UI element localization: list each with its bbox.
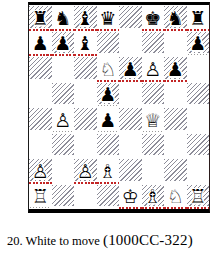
square-g3 [164, 133, 187, 159]
piece-black-rook: ♜ [29, 5, 52, 29]
square-d1 [97, 184, 120, 210]
piece-white-pawn: ♙ [142, 56, 165, 80]
square-a5 [29, 82, 52, 108]
square-d3 [97, 133, 120, 159]
square-b3 [52, 133, 75, 159]
square-d8: ♛ [97, 5, 120, 31]
piece-white-pawn: ♙ [29, 158, 52, 182]
square-b8: ♞ [52, 5, 75, 31]
square-e1: ♔ [119, 184, 142, 210]
square-a2: ♙ [29, 158, 52, 184]
square-f7 [142, 31, 165, 57]
piece-black-bishop: ♝ [74, 5, 97, 29]
board-grid: ♜♞♝♛♚♞♜♟♟♝♟♘♟♙♟♟♙♟♕♙♙♗♖♔♗♘♖ [29, 5, 209, 209]
square-h7: ♟ [187, 31, 210, 57]
square-f6: ♙ [142, 56, 165, 82]
square-d2: ♗ [97, 158, 120, 184]
piece-white-knight: ♘ [97, 56, 120, 80]
piece-black-pawn: ♟ [187, 31, 210, 55]
square-c7: ♝ [74, 31, 97, 57]
square-e5 [119, 82, 142, 108]
piece-black-knight: ♞ [164, 5, 187, 29]
square-g5 [164, 82, 187, 108]
piece-white-knight: ♘ [164, 184, 187, 208]
piece-white-bishop: ♗ [142, 184, 165, 208]
piece-black-bishop: ♝ [74, 31, 97, 55]
piece-white-king: ♔ [119, 184, 142, 208]
piece-white-rook: ♖ [187, 184, 210, 208]
piece-black-pawn: ♟ [97, 82, 120, 106]
square-b6 [52, 56, 75, 82]
square-a3 [29, 133, 52, 159]
square-g8: ♞ [164, 5, 187, 31]
square-f3 [142, 133, 165, 159]
square-c8: ♝ [74, 5, 97, 31]
square-b5 [52, 82, 75, 108]
square-h8: ♜ [187, 5, 210, 31]
piece-white-pawn: ♙ [52, 107, 75, 131]
square-g6: ♟ [164, 56, 187, 82]
square-f1: ♗ [142, 184, 165, 210]
square-e2 [119, 158, 142, 184]
piece-black-queen: ♛ [97, 5, 120, 29]
square-e4 [119, 107, 142, 133]
square-h6 [187, 56, 210, 82]
square-c1 [74, 184, 97, 210]
square-h5 [187, 82, 210, 108]
square-b1 [52, 184, 75, 210]
square-b4: ♙ [52, 107, 75, 133]
caption-reference: (1000CC-322) [103, 232, 193, 248]
square-f5 [142, 82, 165, 108]
square-g2 [164, 158, 187, 184]
square-f2 [142, 158, 165, 184]
piece-black-rook: ♜ [187, 5, 210, 29]
piece-black-pawn: ♟ [164, 56, 187, 80]
square-a1: ♖ [29, 184, 52, 210]
caption: 20. White to move (1000CC-322) [7, 231, 193, 249]
square-a4 [29, 107, 52, 133]
square-h2 [187, 158, 210, 184]
piece-white-rook: ♖ [29, 184, 52, 208]
square-e3 [119, 133, 142, 159]
caption-text: 20. White to move [7, 234, 103, 248]
square-g4 [164, 107, 187, 133]
square-e7 [119, 31, 142, 57]
square-c5 [74, 82, 97, 108]
square-a8: ♜ [29, 5, 52, 31]
square-d5: ♟ [97, 82, 120, 108]
square-c6 [74, 56, 97, 82]
square-a6 [29, 56, 52, 82]
piece-black-king: ♚ [142, 5, 165, 29]
square-h4 [187, 107, 210, 133]
piece-white-queen: ♕ [142, 107, 165, 131]
square-e6: ♟ [119, 56, 142, 82]
piece-black-knight: ♞ [52, 5, 75, 29]
piece-black-pawn: ♟ [97, 107, 120, 131]
square-b7: ♟ [52, 31, 75, 57]
piece-black-pawn: ♟ [52, 31, 75, 55]
square-c3 [74, 133, 97, 159]
square-h1: ♖ [187, 184, 210, 210]
square-c2: ♙ [74, 158, 97, 184]
piece-white-bishop: ♗ [97, 158, 120, 182]
square-f4: ♕ [142, 107, 165, 133]
piece-black-pawn: ♟ [119, 56, 142, 80]
square-f8: ♚ [142, 5, 165, 31]
square-g1: ♘ [164, 184, 187, 210]
square-b2 [52, 158, 75, 184]
square-a7: ♟ [29, 31, 52, 57]
square-h3 [187, 133, 210, 159]
square-c4 [74, 107, 97, 133]
square-d6: ♘ [97, 56, 120, 82]
square-e8 [119, 5, 142, 31]
piece-black-pawn: ♟ [29, 31, 52, 55]
chess-board: ♜♞♝♛♚♞♜♟♟♝♟♘♟♙♟♟♙♟♕♙♙♗♖♔♗♘♖ [28, 2, 210, 213]
square-d4: ♟ [97, 107, 120, 133]
square-g7 [164, 31, 187, 57]
square-d7 [97, 31, 120, 57]
piece-white-pawn: ♙ [74, 158, 97, 182]
page: ♜♞♝♛♚♞♜♟♟♝♟♘♟♙♟♟♙♟♕♙♙♗♖♔♗♘♖ 20. White to… [0, 0, 216, 255]
